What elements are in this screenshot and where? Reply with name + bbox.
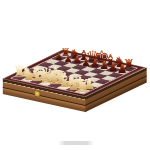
square-h1 — [75, 89, 91, 94]
chess-set-photo[interactable]: ♜♞♟♝♟♛♟♚♟♝♟♞♟♜♟♟♟♟♜♟♞♟♝♟♛♟♚♟♝♟♞♜ — [0, 0, 150, 150]
brass-latch-icon — [35, 90, 40, 96]
watermark — [58, 141, 94, 145]
